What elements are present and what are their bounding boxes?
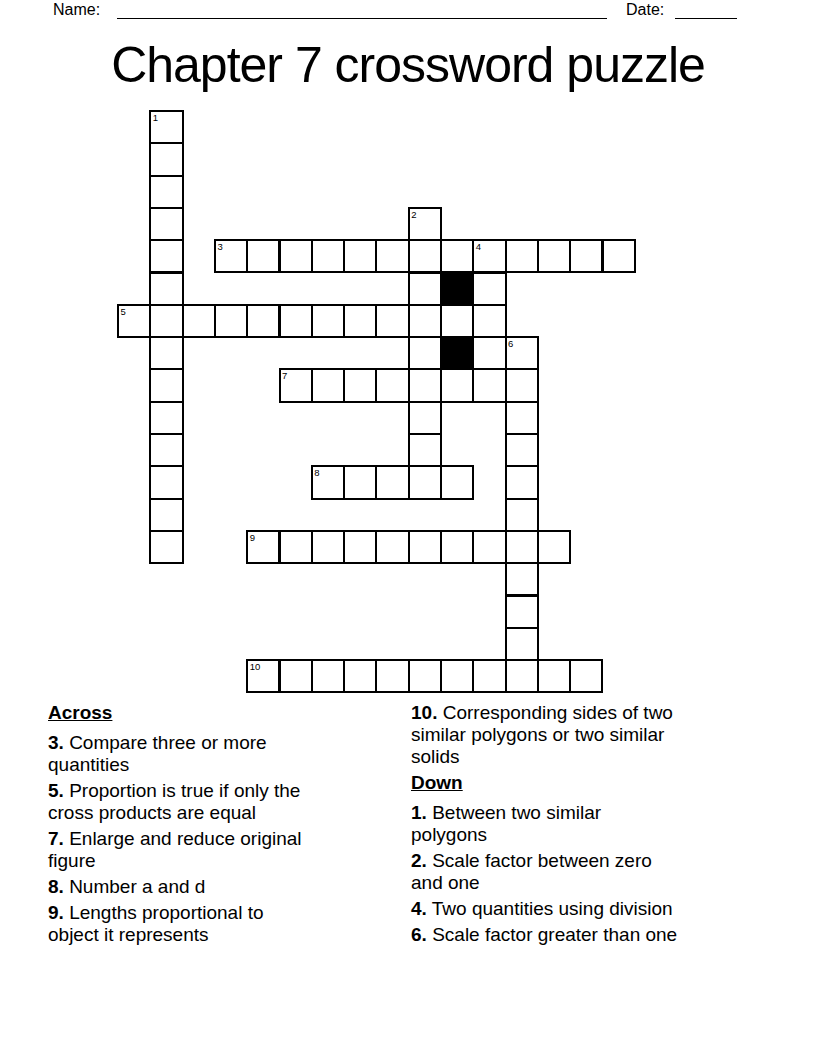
block-cell (440, 272, 474, 306)
clue-number: 9. (48, 902, 64, 923)
grid-cell[interactable] (505, 368, 539, 402)
grid-cell[interactable] (408, 304, 442, 338)
grid-cell[interactable] (440, 239, 474, 273)
date-label: Date: (626, 1, 664, 19)
grid-cell[interactable] (343, 659, 377, 693)
grid-cell[interactable] (214, 304, 248, 338)
grid-cell[interactable] (472, 368, 506, 402)
grid-cell[interactable] (408, 465, 442, 499)
grid-cell[interactable] (408, 368, 442, 402)
grid-cell[interactable] (311, 659, 345, 693)
grid-cell[interactable] (311, 368, 345, 402)
grid-cell[interactable] (343, 465, 377, 499)
grid-cell[interactable] (149, 401, 183, 435)
clue-across-3: 3. Compare three or more quantities (48, 732, 400, 776)
clue-text: Compare three or more quantities (48, 732, 267, 775)
grid-cell[interactable] (311, 239, 345, 273)
grid-cell[interactable] (569, 659, 603, 693)
grid-cell[interactable] (149, 433, 183, 467)
grid-cell[interactable] (279, 239, 313, 273)
clue-number: 3. (48, 732, 64, 753)
across-heading: Across (48, 702, 400, 724)
grid-cell[interactable] (408, 433, 442, 467)
grid-cell[interactable] (279, 304, 313, 338)
grid-cell[interactable] (408, 272, 442, 306)
clue-number: 6. (411, 924, 427, 945)
grid-cell[interactable] (149, 175, 183, 209)
clue-down-6: 6. Scale factor greater than one (411, 924, 777, 946)
grid-cell[interactable] (279, 659, 313, 693)
clue-number-5-cell-label: 5 (121, 307, 126, 317)
clue-number-1-cell-label: 1 (153, 113, 158, 123)
grid-cell[interactable] (149, 142, 183, 176)
grid-cell[interactable] (440, 465, 474, 499)
grid-cell[interactable] (149, 304, 183, 338)
grid-cell[interactable] (149, 498, 183, 532)
grid-cell[interactable] (311, 530, 345, 564)
block-cell (440, 336, 474, 370)
grid-cell[interactable] (537, 530, 571, 564)
clue-number-9-cell-label: 9 (250, 533, 255, 543)
clue-number-3-cell-label: 3 (217, 242, 222, 252)
name-label: Name: (53, 1, 100, 19)
grid-cell[interactable] (408, 659, 442, 693)
grid-cell[interactable] (472, 304, 506, 338)
clue-down-4: 4. Two quantities using division (411, 898, 777, 920)
grid-cell[interactable] (440, 304, 474, 338)
clue-across-9: 9. Lengths proportional to object it rep… (48, 902, 400, 946)
grid-cell[interactable] (408, 239, 442, 273)
grid-cell[interactable] (343, 239, 377, 273)
clue-text: Scale factor greater than one (432, 924, 677, 945)
clue-number-2-cell-label: 2 (411, 210, 416, 220)
grid-cell[interactable] (246, 304, 280, 338)
clue-down-2: 2. Scale factor between zero and one (411, 850, 777, 894)
clue-number: 7. (48, 828, 64, 849)
grid-cell[interactable] (408, 336, 442, 370)
grid-cell[interactable] (343, 304, 377, 338)
grid-cell[interactable] (149, 368, 183, 402)
grid-cell[interactable] (472, 272, 506, 306)
grid-cell[interactable] (440, 530, 474, 564)
grid-cell[interactable] (343, 530, 377, 564)
grid-cell[interactable] (505, 562, 539, 596)
grid-cell[interactable] (279, 530, 313, 564)
clue-number-4-cell-label: 4 (476, 242, 481, 252)
grid-cell[interactable] (311, 304, 345, 338)
grid-cell[interactable] (375, 304, 409, 338)
grid-cell[interactable] (149, 336, 183, 370)
clues-column-left: Across 3. Compare three or more quantiti… (48, 702, 400, 950)
clue-down-1: 1. Between two similar polygons (411, 802, 777, 846)
grid-cell[interactable] (343, 368, 377, 402)
clue-text: Scale factor between zero and one (411, 850, 652, 893)
grid-cell[interactable] (149, 239, 183, 273)
clue-across-5: 5. Proportion is true if only the cross … (48, 780, 400, 824)
clue-number-6-cell-label: 6 (508, 339, 513, 349)
grid-cell[interactable] (472, 336, 506, 370)
grid-cell[interactable] (505, 239, 539, 273)
clue-number: 1. (411, 802, 427, 823)
clue-number: 10. (411, 702, 437, 723)
grid-cell[interactable] (182, 304, 216, 338)
grid-cell[interactable] (149, 530, 183, 564)
clue-across-8: 8. Number a and d (48, 876, 400, 898)
clue-number: 8. (48, 876, 64, 897)
grid-cell[interactable] (505, 401, 539, 435)
clue-number-8-cell-label: 8 (314, 468, 319, 478)
grid-cell[interactable] (375, 368, 409, 402)
grid-cell[interactable] (149, 272, 183, 306)
clue-text: Lengths proportional to object it repres… (48, 902, 264, 945)
clue-across-7: 7. Enlarge and reduce original figure (48, 828, 400, 872)
down-heading: Down (411, 772, 777, 794)
date-blank-line (675, 0, 737, 19)
grid-cell[interactable] (537, 659, 571, 693)
grid-cell[interactable] (602, 239, 636, 273)
grid-cell[interactable] (569, 239, 603, 273)
clue-across-10: 10. Corresponding sides of two similar p… (411, 702, 777, 768)
grid-cell[interactable] (408, 401, 442, 435)
grid-cell[interactable] (246, 239, 280, 273)
page-title: Chapter 7 crossword puzzle (0, 40, 816, 90)
clues-column-right: 10. Corresponding sides of two similar p… (411, 702, 777, 950)
grid-cell[interactable] (149, 465, 183, 499)
crossword-grid: 12345678910 (117, 110, 636, 694)
clue-text: Number a and d (69, 876, 205, 897)
grid-cell[interactable] (505, 465, 539, 499)
clue-text: Between two similar polygons (411, 802, 601, 845)
clue-text: Proportion is true if only the cross pro… (48, 780, 300, 823)
grid-cell[interactable] (505, 659, 539, 693)
grid-cell[interactable] (537, 239, 571, 273)
grid-cell[interactable] (472, 659, 506, 693)
name-blank-line (117, 0, 607, 19)
clue-text: Enlarge and reduce original figure (48, 828, 302, 871)
grid-cell[interactable] (375, 530, 409, 564)
grid-cell[interactable] (440, 659, 474, 693)
clue-number: 2. (411, 850, 427, 871)
clue-number-10-cell-label: 10 (250, 662, 261, 672)
grid-cell[interactable] (505, 433, 539, 467)
clue-number-7-cell-label: 7 (282, 371, 287, 381)
grid-cell[interactable] (505, 530, 539, 564)
grid-cell[interactable] (375, 659, 409, 693)
grid-cell[interactable] (149, 207, 183, 241)
clue-number: 4. (411, 898, 427, 919)
grid-cell[interactable] (375, 465, 409, 499)
grid-cell[interactable] (375, 239, 409, 273)
clue-text: Two quantities using division (432, 898, 673, 919)
grid-cell[interactable] (440, 368, 474, 402)
grid-cell[interactable] (505, 627, 539, 661)
clue-text: Corresponding sides of two similar polyg… (411, 702, 673, 767)
clue-number: 5. (48, 780, 64, 801)
grid-cell[interactable] (408, 530, 442, 564)
grid-cell[interactable] (472, 530, 506, 564)
grid-cell[interactable] (505, 595, 539, 629)
grid-cell[interactable] (505, 498, 539, 532)
